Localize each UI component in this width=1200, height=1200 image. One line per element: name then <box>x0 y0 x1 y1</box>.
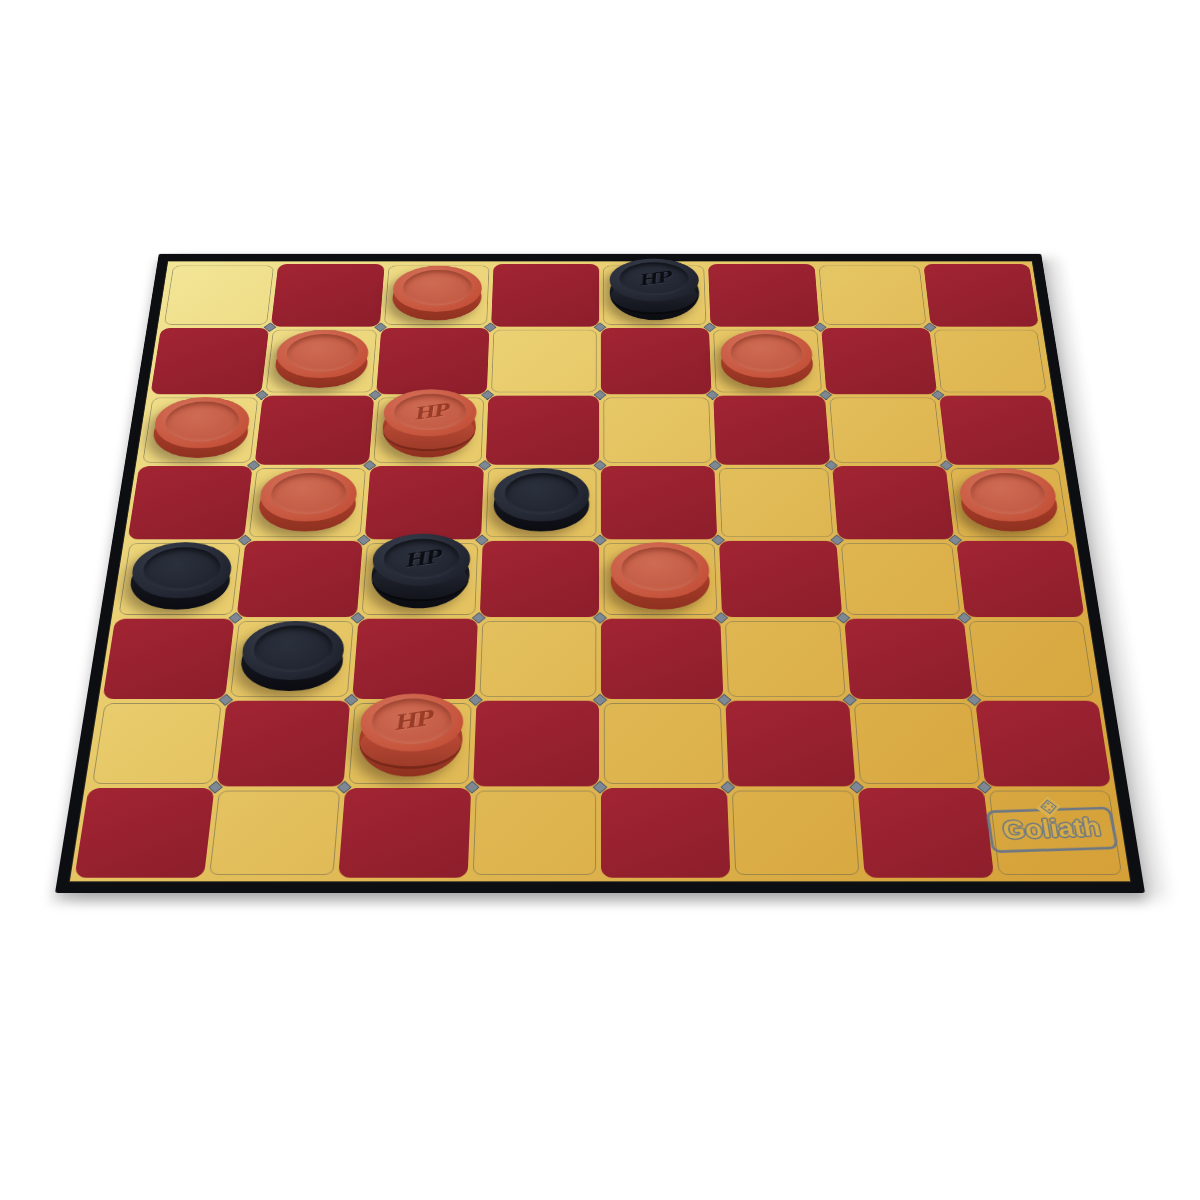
cell-r6c2[interactable] <box>226 618 357 700</box>
cell-r2c7[interactable] <box>820 327 938 394</box>
cell-r1c1[interactable] <box>160 263 278 327</box>
cell-r4c5[interactable] <box>600 465 718 539</box>
piece-dish <box>730 334 803 372</box>
cell-r2c2[interactable] <box>262 327 380 394</box>
cell-r8c7[interactable] <box>856 787 995 879</box>
cell-r5c5[interactable] <box>600 540 721 618</box>
piece-dish <box>269 473 348 515</box>
piece-dish <box>140 547 222 591</box>
black-king-piece[interactable]: HP <box>369 534 471 609</box>
cell-r6c7[interactable] <box>843 618 974 700</box>
cell-r2c1[interactable] <box>150 327 271 394</box>
cell-r7c8[interactable] <box>974 700 1112 787</box>
cell-r1c3[interactable] <box>380 263 492 327</box>
cell-r8c6[interactable] <box>728 787 863 879</box>
cell-r2c4[interactable] <box>487 327 600 394</box>
red-king-piece[interactable]: HP <box>380 390 477 458</box>
black-man-piece[interactable] <box>238 621 346 692</box>
cell-r7c7[interactable] <box>849 700 984 787</box>
piece-dish <box>968 473 1048 515</box>
board-play-area: HPHPHPHP ⚃ Goliath <box>70 261 1130 881</box>
cell-r3c8[interactable] <box>938 395 1062 466</box>
cell-r8c3[interactable] <box>337 787 472 879</box>
cell-r5c4[interactable] <box>479 540 600 618</box>
red-man-piece[interactable] <box>273 330 370 388</box>
goliath-logo-text: Goliath <box>1001 813 1103 844</box>
goliath-logo: ⚃ Goliath <box>989 790 1117 871</box>
cell-r6c4[interactable] <box>475 618 600 700</box>
cell-r3c6[interactable] <box>713 395 831 466</box>
goliath-logo-frame: ⚃ Goliath <box>985 807 1119 853</box>
cell-r6c8[interactable] <box>964 618 1098 700</box>
cell-r1c6[interactable] <box>707 263 819 327</box>
piece-top: HP <box>610 258 699 301</box>
cell-r6c6[interactable] <box>721 618 849 700</box>
cell-r7c1[interactable] <box>88 700 226 787</box>
product-photo-background: HPHPHPHP ⚃ Goliath <box>0 0 1200 1200</box>
piece-dish <box>621 547 698 591</box>
cell-r8c1[interactable] <box>73 787 216 879</box>
black-king-piece[interactable]: HP <box>610 258 700 319</box>
cell-r3c7[interactable] <box>825 395 946 466</box>
cell-r7c5[interactable] <box>600 700 728 787</box>
cell-r4c8[interactable] <box>946 465 1073 539</box>
cell-r1c5[interactable]: HP <box>600 263 710 327</box>
checkers-board: HPHPHPHP ⚃ Goliath <box>55 254 1145 893</box>
red-man-piece[interactable] <box>150 397 252 458</box>
cell-r8c2[interactable] <box>205 787 344 879</box>
cell-r4c6[interactable] <box>715 465 836 539</box>
cell-r3c5[interactable] <box>600 395 715 466</box>
cell-r1c2[interactable] <box>270 263 385 327</box>
checkers-grid: HPHPHPHP <box>73 263 1126 878</box>
cell-r6c3[interactable] <box>351 618 479 700</box>
cell-r2c6[interactable] <box>710 327 825 394</box>
red-man-piece[interactable] <box>720 330 815 388</box>
cell-r3c4[interactable] <box>485 395 600 466</box>
harry-potter-monogram-icon: HP <box>403 546 441 572</box>
red-man-piece[interactable] <box>957 468 1062 532</box>
cell-r3c1[interactable] <box>138 395 262 466</box>
cell-r8c5[interactable] <box>600 787 732 879</box>
cell-r5c8[interactable] <box>955 540 1086 618</box>
red-king-piece[interactable]: HP <box>356 694 464 777</box>
piece-dish <box>163 402 241 442</box>
cell-r2c8[interactable] <box>930 327 1051 394</box>
cell-r1c8[interactable] <box>922 263 1040 327</box>
piece-dish <box>504 473 579 515</box>
red-man-piece[interactable] <box>611 542 711 609</box>
piece-dish <box>401 270 472 306</box>
cell-r4c3[interactable] <box>363 465 484 539</box>
cell-r7c6[interactable] <box>725 700 856 787</box>
cell-r4c7[interactable] <box>831 465 955 539</box>
cell-r5c7[interactable] <box>837 540 965 618</box>
cell-r7c4[interactable] <box>472 700 600 787</box>
cell-r7c2[interactable] <box>216 700 351 787</box>
board-perspective-scene: HPHPHPHP ⚃ Goliath <box>55 254 1145 893</box>
cell-r3c3[interactable]: HP <box>369 395 487 466</box>
black-man-piece[interactable] <box>493 468 590 532</box>
cell-r1c4[interactable] <box>490 263 600 327</box>
cell-r3c2[interactable] <box>254 395 375 466</box>
cell-r2c3[interactable] <box>375 327 490 394</box>
cell-r1c7[interactable] <box>815 263 930 327</box>
cell-r8c4[interactable] <box>468 787 600 879</box>
red-man-piece[interactable] <box>391 265 483 320</box>
cell-r6c5[interactable] <box>600 618 725 700</box>
cell-r6c1[interactable] <box>101 618 235 700</box>
cell-r5c3[interactable]: HP <box>357 540 481 618</box>
cell-r4c1[interactable] <box>127 465 254 539</box>
black-man-piece[interactable] <box>127 542 234 609</box>
cell-r7c3[interactable]: HP <box>344 700 475 787</box>
cell-r4c2[interactable] <box>245 465 369 539</box>
cell-r5c6[interactable] <box>718 540 842 618</box>
cell-r2c5[interactable] <box>600 327 713 394</box>
red-man-piece[interactable] <box>257 468 359 532</box>
piece-dish <box>285 334 360 372</box>
cell-r5c2[interactable] <box>236 540 364 618</box>
cell-r4c4[interactable] <box>482 465 600 539</box>
cell-r5c1[interactable] <box>114 540 245 618</box>
piece-dish <box>252 626 335 672</box>
